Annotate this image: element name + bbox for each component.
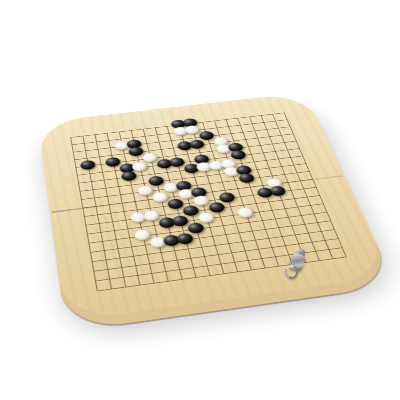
latch-clasp <box>281 247 317 283</box>
product-photo <box>0 0 400 400</box>
